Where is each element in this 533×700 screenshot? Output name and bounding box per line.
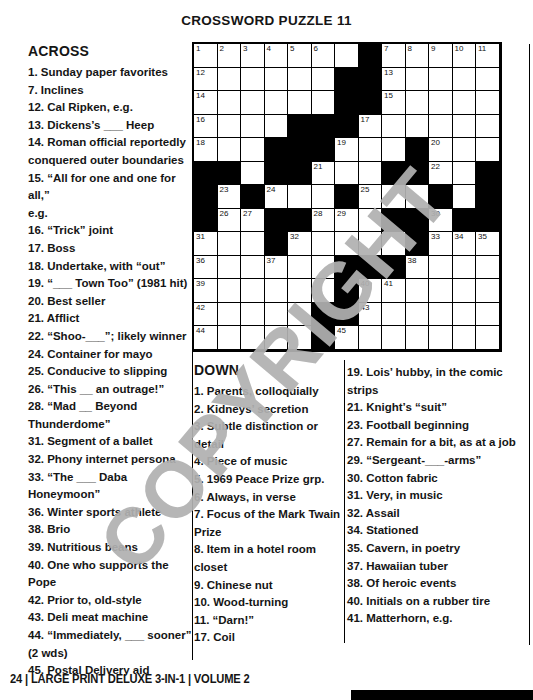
clue-text: Focus of the Mark Twain Prize	[194, 508, 340, 538]
grid-cell[interactable]: 12	[194, 68, 218, 92]
clue: 40. Initials on a rubber tire	[347, 593, 529, 611]
grid-cell-black	[406, 232, 430, 256]
clue-text: “All for one and one for all,” e.g.	[28, 172, 176, 219]
grid-cell[interactable]	[453, 279, 477, 303]
clue-number: 36.	[28, 506, 44, 518]
grid-cell[interactable]	[359, 162, 383, 186]
grid-cell[interactable]	[288, 256, 312, 280]
clue: 22. “Shoo-___”; likely winner	[28, 328, 196, 346]
cell-number: 10	[455, 45, 464, 53]
grid-cell[interactable]	[241, 303, 265, 327]
grid-cell[interactable]: 33	[429, 232, 453, 256]
cell-number: 16	[196, 116, 205, 124]
clue-text: 1969 Peace Prize grp.	[207, 473, 325, 485]
cell-number: 39	[196, 280, 205, 288]
grid-cell[interactable]	[265, 303, 289, 327]
cell-number: 22	[431, 163, 440, 171]
grid-cell[interactable]: 4	[265, 44, 289, 68]
clue-number: 38.	[347, 577, 363, 589]
grid-cell[interactable]: 34	[453, 232, 477, 256]
grid-cell[interactable]	[453, 256, 477, 280]
clue-number: 16.	[28, 224, 44, 236]
clue-number: 7.	[194, 508, 204, 520]
grid-cell[interactable]	[218, 326, 242, 350]
clue-text: Knight’s “suit”	[366, 401, 447, 413]
cell-number: 37	[267, 257, 276, 265]
column-divider-left	[192, 44, 193, 660]
grid-cell[interactable]	[359, 138, 383, 162]
clue-number: 13.	[28, 119, 44, 131]
grid-cell[interactable]: 26	[218, 209, 242, 233]
grid-cell[interactable]	[265, 326, 289, 350]
grid-cell[interactable]	[382, 303, 406, 327]
grid-cell[interactable]: 39	[194, 279, 218, 303]
grid-cell-black	[288, 209, 312, 233]
grid-cell[interactable]	[241, 326, 265, 350]
clue: 40. One who supports the Pope	[28, 557, 196, 592]
clue-number: 19.	[28, 277, 44, 289]
grid-cell[interactable]: 44	[194, 326, 218, 350]
clue-text: Best seller	[47, 295, 105, 307]
grid-cell[interactable]	[288, 326, 312, 350]
grid-cell[interactable]	[241, 138, 265, 162]
grid-cell[interactable]	[476, 279, 500, 303]
clue-text: Afflict	[47, 312, 80, 324]
clue-number: 14.	[28, 136, 44, 148]
clue-number: 37.	[347, 560, 363, 572]
grid-cell[interactable]	[453, 138, 477, 162]
grid-cell[interactable]	[429, 256, 453, 280]
grid-cell[interactable]	[476, 91, 500, 115]
grid-cell-black	[335, 279, 359, 303]
clue-text: Brio	[47, 523, 70, 535]
clue-number: 34.	[347, 524, 363, 536]
clue-number: 42.	[28, 594, 44, 606]
clue-number: 24.	[28, 348, 44, 360]
cell-number: 20	[431, 139, 440, 147]
grid-cell-black	[335, 303, 359, 327]
grid-cell-black	[429, 185, 453, 209]
cell-number: 1	[196, 45, 200, 53]
grid-cell[interactable]: 38	[406, 256, 430, 280]
clue-text: Undertake, with “out”	[47, 260, 165, 272]
grid-cell-black	[312, 138, 336, 162]
grid-cell-black	[359, 68, 383, 92]
clue-text: Very, in music	[366, 489, 443, 501]
grid-cell[interactable]	[453, 326, 477, 350]
grid-cell[interactable]	[359, 209, 383, 233]
grid-cell[interactable]: 2	[218, 44, 242, 68]
grid-cell-black	[194, 209, 218, 233]
grid-cell[interactable]	[312, 256, 336, 280]
grid-cell-black	[288, 162, 312, 186]
clue-text: “Immediately, ___ sooner” (2 wds)	[28, 629, 191, 659]
grid-cell[interactable]	[406, 91, 430, 115]
page-footer: 24 | LARGE PRINT DELUXE 3-IN-1 | VOLUME …	[10, 671, 250, 686]
grid-cell[interactable]	[288, 303, 312, 327]
grid-cell-black	[382, 256, 406, 280]
grid-cell[interactable]: 8	[406, 44, 430, 68]
grid-cell[interactable]	[288, 279, 312, 303]
grid-cell[interactable]	[312, 185, 336, 209]
grid-cell[interactable]: 28	[312, 209, 336, 233]
grid-cell[interactable]	[476, 68, 500, 92]
grid-cell[interactable]	[382, 138, 406, 162]
grid-cell[interactable]	[429, 115, 453, 139]
grid-cell[interactable]	[406, 68, 430, 92]
grid-cell[interactable]	[476, 326, 500, 350]
clue-number: 32.	[28, 453, 44, 465]
grid-cell[interactable]	[312, 232, 336, 256]
grid-cell[interactable]	[382, 185, 406, 209]
grid-cell[interactable]	[241, 256, 265, 280]
grid-cell[interactable]: 24	[265, 185, 289, 209]
clue-number: 40.	[28, 559, 44, 571]
cell-number: 13	[384, 69, 393, 77]
grid-cell[interactable]: 42	[194, 303, 218, 327]
grid-cell[interactable]	[453, 91, 477, 115]
grid-cell[interactable]	[335, 232, 359, 256]
cell-number: 7	[384, 45, 388, 53]
grid-cell-black	[265, 162, 289, 186]
grid-cell[interactable]: 30	[429, 209, 453, 233]
down-clues-column-2: 19. Lois’ hubby, in the comic strips21. …	[347, 364, 529, 628]
grid-cell[interactable]: 37	[265, 256, 289, 280]
grid-cell[interactable]: 18	[194, 138, 218, 162]
clue: 3. Subtle distinction or detail	[194, 418, 344, 453]
grid-cell[interactable]: 41	[382, 279, 406, 303]
grid-cell-black	[335, 91, 359, 115]
clue-text: Subtle distinction or detail	[194, 420, 318, 450]
clue-text: Assail	[366, 507, 400, 519]
clue-text: “Trick” joint	[47, 224, 113, 236]
grid-cell[interactable]: 20	[429, 138, 453, 162]
grid-cell[interactable]: 29	[335, 209, 359, 233]
clue: 16. “Trick” joint	[28, 222, 196, 240]
grid-cell[interactable]	[453, 303, 477, 327]
cell-number: 4	[267, 45, 271, 53]
clue-number: 6.	[194, 491, 204, 503]
grid-cell[interactable]	[382, 232, 406, 256]
grid-cell[interactable]	[359, 232, 383, 256]
clue-number: 12.	[28, 101, 44, 113]
clue-number: 1.	[194, 385, 204, 397]
clue: 18. Undertake, with “out”	[28, 258, 196, 276]
clue: 6. Always, in verse	[194, 489, 344, 507]
clue-text: Prior to, old-style	[47, 594, 142, 606]
clue-number: 19.	[347, 366, 363, 378]
grid-cell[interactable]	[218, 279, 242, 303]
grid-cell[interactable]: 14	[194, 91, 218, 115]
clue-text: Container for mayo	[47, 348, 152, 360]
grid-cell[interactable]	[335, 162, 359, 186]
clue: 19. Lois’ hubby, in the comic strips	[347, 364, 529, 399]
clue-text: Nutritious beans	[47, 541, 138, 553]
clue: 31. Very, in music	[347, 487, 529, 505]
clue-number: 26.	[28, 383, 44, 395]
grid-cell[interactable]	[429, 326, 453, 350]
clue: 7. Focus of the Mark Twain Prize	[194, 506, 344, 541]
grid-cell-black	[288, 115, 312, 139]
grid-cell[interactable]	[429, 91, 453, 115]
grid-cell[interactable]	[406, 279, 430, 303]
cell-number: 31	[196, 233, 205, 241]
grid-cell[interactable]: 11	[476, 44, 500, 68]
grid-cell[interactable]	[453, 115, 477, 139]
down-clue-list-2: 19. Lois’ hubby, in the comic strips21. …	[347, 364, 529, 628]
cell-number: 26	[220, 210, 229, 218]
grid-cell[interactable]	[312, 279, 336, 303]
clue: 39. Nutritious beans	[28, 539, 196, 557]
grid-cell[interactable]	[429, 68, 453, 92]
clue-text: Initials on a rubber tire	[366, 595, 490, 607]
grid-cell[interactable]: 3	[241, 44, 265, 68]
grid-cell[interactable]: 7	[382, 44, 406, 68]
grid-cell-black	[265, 232, 289, 256]
cell-number: 28	[314, 210, 323, 218]
grid-cell[interactable]	[476, 115, 500, 139]
clue: 37. Hawaiian tuber	[347, 558, 529, 576]
grid-cell-black	[406, 209, 430, 233]
grid-cell[interactable]: 5	[288, 44, 312, 68]
clue-text: “Mad __ Beyond Thunderdome”	[28, 400, 137, 430]
clue-text: One who supports the Pope	[28, 559, 169, 589]
clue-number: 2.	[194, 403, 204, 415]
clue-text: Roman official reportedly conquered oute…	[28, 136, 186, 166]
cell-number: 33	[431, 233, 440, 241]
column-divider-middle	[344, 360, 345, 643]
clue: 12. Cal Ripken, e.g.	[28, 99, 196, 117]
clue: 20. Best seller	[28, 293, 196, 311]
clue-number: 35.	[347, 542, 363, 554]
clue-text: Always, in verse	[206, 491, 296, 503]
clue-number: 15.	[28, 172, 44, 184]
clue: 5. 1969 Peace Prize grp.	[194, 471, 344, 489]
grid-cell[interactable]: 6	[312, 44, 336, 68]
clue: 33. “The ___ Daba Honeymoon”	[28, 469, 196, 504]
grid-cell[interactable]	[218, 91, 242, 115]
clue-number: 25.	[28, 365, 44, 377]
grid-cell[interactable]: 36	[194, 256, 218, 280]
grid-cell-black	[265, 138, 289, 162]
grid-cell[interactable]	[453, 68, 477, 92]
down-clue-list-1: 1. Parents, colloquially2. Kidneys’ secr…	[194, 383, 344, 647]
grid-cell[interactable]	[218, 115, 242, 139]
grid-cell[interactable]	[406, 326, 430, 350]
grid-cell[interactable]: 23	[218, 185, 242, 209]
grid-cell-black	[335, 115, 359, 139]
grid-cell-black	[476, 185, 500, 209]
grid-cell[interactable]	[241, 162, 265, 186]
clue: 1. Parents, colloquially	[194, 383, 344, 401]
clue: 34. Stationed	[347, 522, 529, 540]
cell-number: 2	[220, 45, 224, 53]
grid-cell-black	[476, 209, 500, 233]
cell-number: 21	[314, 163, 323, 171]
grid-cell[interactable]: 17	[359, 115, 383, 139]
grid-cell[interactable]	[265, 68, 289, 92]
grid-cell[interactable]: 31	[194, 232, 218, 256]
grid-cell[interactable]: 32	[288, 232, 312, 256]
grid-cell[interactable]	[406, 303, 430, 327]
grid-cell[interactable]	[265, 91, 289, 115]
grid-cell[interactable]	[382, 115, 406, 139]
grid-cell[interactable]	[406, 115, 430, 139]
cell-number: 29	[337, 210, 346, 218]
grid-cell[interactable]	[359, 326, 383, 350]
clue-number: 38.	[28, 523, 44, 535]
clue-number: 30.	[347, 472, 363, 484]
clue-text: Phony internet persona	[47, 453, 175, 465]
grid-cell[interactable]: 1	[194, 44, 218, 68]
grid-cell[interactable]	[476, 303, 500, 327]
grid-cell[interactable]	[218, 138, 242, 162]
grid-cell[interactable]	[218, 68, 242, 92]
grid-cell[interactable]	[429, 279, 453, 303]
clue-number: 21.	[347, 401, 363, 413]
grid-cell[interactable]	[453, 162, 477, 186]
grid-cell[interactable]: 10	[453, 44, 477, 68]
grid-cell[interactable]: 27	[241, 209, 265, 233]
clue-text: “___ Town Too” (1981 hit)	[47, 277, 187, 289]
grid-cell[interactable]	[288, 68, 312, 92]
clue: 21. Knight’s “suit”	[347, 399, 529, 417]
clue-number: 17.	[194, 631, 210, 643]
grid-cell[interactable]: 19	[335, 138, 359, 162]
clue-number: 22.	[28, 330, 44, 342]
grid-cell[interactable]: 21	[312, 162, 336, 186]
grid-cell[interactable]: 13	[382, 68, 406, 92]
clue-number: 23.	[347, 419, 363, 431]
grid-cell[interactable]: 9	[429, 44, 453, 68]
clue: 35. Cavern, in poetry	[347, 540, 529, 558]
grid-cell[interactable]	[312, 91, 336, 115]
cell-number: 9	[431, 45, 435, 53]
grid-cell[interactable]	[382, 326, 406, 350]
grid-cell[interactable]	[265, 115, 289, 139]
grid-cell[interactable]: 40	[359, 279, 383, 303]
grid-cell-black	[312, 303, 336, 327]
grid-cell[interactable]	[218, 303, 242, 327]
clue: 44. “Immediately, ___ sooner” (2 wds)	[28, 627, 196, 662]
clue-text: Hawaiian tuber	[366, 560, 448, 572]
grid-cell[interactable]	[476, 138, 500, 162]
grid-cell[interactable]: 43	[359, 303, 383, 327]
grid-cell-black	[406, 162, 430, 186]
grid-cell[interactable]	[241, 68, 265, 92]
clue-text: Football beginning	[366, 419, 469, 431]
grid-cell[interactable]	[241, 115, 265, 139]
grid-cell-black	[382, 209, 406, 233]
grid-cell-black	[359, 44, 383, 68]
page-title: CROSSWORD PUZZLE 11	[0, 13, 533, 28]
clue-text: Of heroic events	[366, 577, 456, 589]
clue: 36. Winter sports athlete	[28, 504, 196, 522]
grid-cell[interactable]: 16	[194, 115, 218, 139]
grid-cell[interactable]	[218, 256, 242, 280]
clue-number: 3.	[194, 420, 204, 432]
clue: 10. Wood-turning	[194, 594, 344, 612]
grid-cell[interactable]: 22	[429, 162, 453, 186]
cell-number: 42	[196, 304, 205, 312]
cell-number: 14	[196, 92, 205, 100]
grid-cell[interactable]	[241, 232, 265, 256]
clue: 8. Item in a hotel room closet	[194, 541, 344, 576]
clue: 21. Afflict	[28, 310, 196, 328]
grid-cell[interactable]	[476, 256, 500, 280]
clue-text: Inclines	[41, 84, 84, 96]
clue: 38. Of heroic events	[347, 575, 529, 593]
cell-number: 41	[384, 280, 393, 288]
grid-cell[interactable]	[241, 279, 265, 303]
clue: 17. Coil	[194, 629, 344, 647]
grid-cell[interactable]	[288, 185, 312, 209]
clue-text: Conducive to slipping	[47, 365, 167, 377]
clue: 2. Kidneys’ secretion	[194, 401, 344, 419]
clue: 17. Boss	[28, 240, 196, 258]
clue: 38. Brio	[28, 521, 196, 539]
cell-number: 24	[267, 186, 276, 194]
grid-cell-black	[359, 91, 383, 115]
cell-number: 40	[361, 280, 370, 288]
clue-number: 31.	[347, 489, 363, 501]
page-right-rule	[529, 44, 530, 645]
clue: 31. Segment of a ballet	[28, 433, 196, 451]
grid-cell[interactable]	[265, 279, 289, 303]
cell-number: 32	[290, 233, 299, 241]
cell-number: 15	[384, 92, 393, 100]
clue-text: Winter sports athlete	[47, 506, 161, 518]
clue: 24. Container for mayo	[28, 346, 196, 364]
down-clues-column-1: DOWN 1. Parents, colloquially2. Kidneys’…	[194, 361, 344, 647]
down-header: DOWN	[194, 361, 344, 379]
grid-cell[interactable]	[429, 303, 453, 327]
across-clues-column: ACROSS 1. Sunday paper favorites7. Incli…	[28, 42, 196, 680]
cell-number: 18	[196, 139, 205, 147]
clue-text: “Sergeant-___-arms”	[366, 454, 481, 466]
grid-cell[interactable]: 15	[382, 91, 406, 115]
clue: 26. “This __ an outrage!”	[28, 381, 196, 399]
grid-cell[interactable]	[406, 185, 430, 209]
clue-number: 17.	[28, 242, 44, 254]
grid-cell-black	[194, 162, 218, 186]
grid-cell[interactable]	[335, 44, 359, 68]
grid-cell[interactable]	[218, 232, 242, 256]
clue: 28. “Mad __ Beyond Thunderdome”	[28, 398, 196, 433]
grid-cell-black	[476, 162, 500, 186]
clue-text: “This __ an outrage!”	[47, 383, 164, 395]
grid-cell[interactable]	[288, 91, 312, 115]
cell-number: 27	[243, 210, 252, 218]
clue-number: 7.	[28, 84, 38, 96]
clue-number: 31.	[28, 435, 44, 447]
grid-cell[interactable]: 35	[476, 232, 500, 256]
clue-text: Matterhorn, e.g.	[366, 612, 452, 624]
grid-cell[interactable]	[241, 91, 265, 115]
clue-number: 4.	[194, 455, 204, 467]
clue-number: 27.	[347, 436, 363, 448]
grid-cell[interactable]	[312, 68, 336, 92]
bottom-edge-bar	[351, 690, 533, 700]
grid-cell[interactable]: 45	[335, 326, 359, 350]
grid-cell-black	[406, 138, 430, 162]
clue-number: 39.	[28, 541, 44, 553]
cell-number: 8	[408, 45, 412, 53]
grid-cell[interactable]: 25	[359, 185, 383, 209]
clue: 43. Deli meat machine	[28, 609, 196, 627]
grid-cell-black	[382, 162, 406, 186]
grid-cell[interactable]	[453, 185, 477, 209]
